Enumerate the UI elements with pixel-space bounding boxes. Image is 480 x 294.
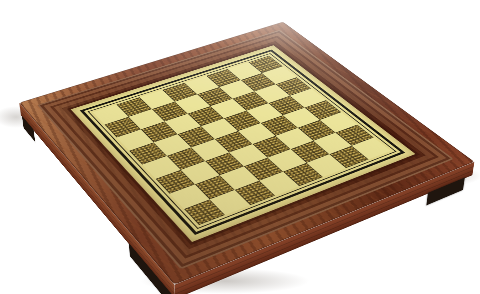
square-b1 — [210, 190, 251, 215]
square-d4 — [215, 131, 253, 152]
square-a4 — [142, 156, 180, 179]
board-top — [19, 22, 474, 285]
square-g2 — [313, 133, 351, 155]
square-f2 — [291, 141, 330, 163]
square-b2 — [195, 175, 235, 199]
square-c3 — [205, 152, 244, 175]
square-b5 — [154, 134, 191, 156]
square-c2 — [220, 166, 260, 190]
board-foot-right — [426, 178, 464, 206]
square-c1 — [235, 181, 275, 205]
square-g1 — [329, 146, 368, 168]
square-d3 — [229, 144, 267, 166]
square-a3 — [156, 170, 195, 194]
square-f1 — [307, 154, 346, 177]
square-b3 — [181, 161, 220, 184]
square-d2 — [244, 158, 283, 181]
square-c4 — [191, 139, 229, 161]
square-a2 — [170, 184, 210, 209]
square-e3 — [253, 136, 291, 158]
square-a5 — [129, 142, 167, 164]
square-e1 — [283, 163, 323, 186]
square-h1 — [352, 137, 391, 159]
square-e2 — [268, 149, 307, 172]
square-d1 — [259, 172, 299, 196]
chess-board — [19, 22, 474, 285]
square-b4 — [167, 147, 205, 169]
square-a1 — [184, 199, 225, 225]
photo-scene — [0, 0, 480, 294]
square-a6 — [117, 129, 154, 150]
